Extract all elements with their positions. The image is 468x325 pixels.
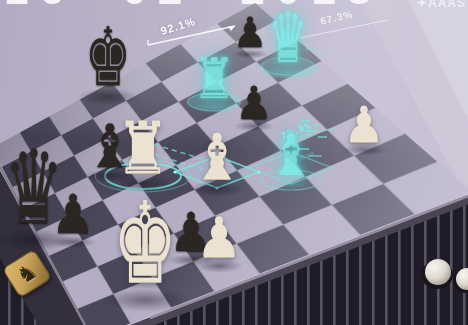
white-rook: ♜: [116, 112, 171, 184]
aaas-logo: ✦AAAS: [402, 0, 466, 9]
clipped-headline-text: 16 02 2018: [4, 0, 430, 11]
white-king: ♚: [113, 188, 178, 300]
white-bishop: ♝: [191, 125, 244, 189]
aaas-logo-text: AAAS: [428, 0, 466, 9]
knight-emblem-icon: ♞: [12, 258, 42, 290]
aaas-flame-icon: ✦: [417, 0, 428, 9]
holo-rook: ♜: [193, 51, 236, 107]
probability-label-rook: 92.1%: [159, 15, 197, 37]
holo-bishop: ♝: [267, 126, 315, 184]
white-pawn-f3: ♟: [196, 210, 242, 266]
white-pawn-g5: ♟: [343, 100, 384, 150]
headline-band: 16 02 2018: [0, 0, 430, 13]
black-king: ♚: [85, 16, 131, 97]
black-pawn-b2: ♟: [51, 188, 96, 242]
drawer-knob-partial: [456, 268, 468, 290]
drawer-knobs: [421, 259, 468, 293]
knight-emblem-plaque: ♞: [2, 249, 53, 299]
drawer-knob: [425, 259, 451, 285]
holo-queen: ♛: [268, 4, 308, 73]
cover-scene: 16 02 2018 ✦AAAS: [0, 0, 468, 325]
black-pawn-c7: ♟: [233, 12, 268, 54]
